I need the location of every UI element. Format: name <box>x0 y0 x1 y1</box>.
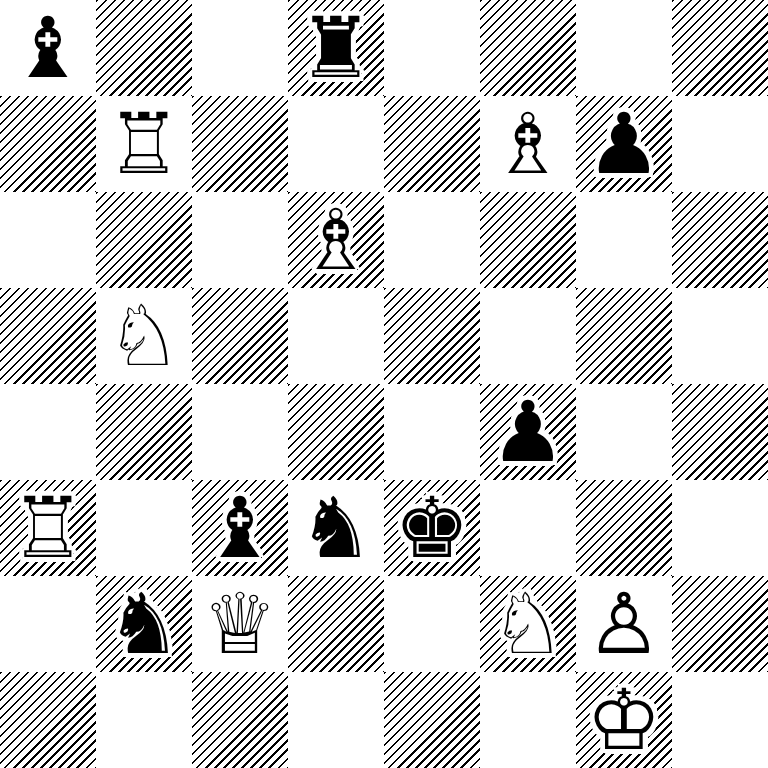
black-rook-icon: ♜ <box>288 0 384 96</box>
piece-white-pawn-g2[interactable]: ♟♙ <box>576 576 672 672</box>
piece-black-bishop-a8[interactable]: ♝♝ <box>0 0 96 96</box>
square-b2[interactable]: ♞♞ <box>96 576 192 672</box>
square-h3[interactable] <box>672 480 768 576</box>
piece-white-knight-f2[interactable]: ♞♘ <box>480 576 576 672</box>
square-b3[interactable] <box>96 480 192 576</box>
square-c1[interactable] <box>192 672 288 768</box>
chessboard: ♝♝♜♜♜♖♝♗♟♟♝♗♞♘♟♟♜♖♝♝♞♞♚♚♞♞♛♕♞♘♟♙♚♔ <box>0 0 768 768</box>
piece-black-pawn-f4[interactable]: ♟♟ <box>480 384 576 480</box>
black-pawn-icon: ♟ <box>480 384 576 480</box>
white-bishop-icon: ♗ <box>288 192 384 288</box>
square-c8[interactable] <box>192 0 288 96</box>
square-b7[interactable]: ♜♖ <box>96 96 192 192</box>
square-e2[interactable] <box>384 576 480 672</box>
square-a7[interactable] <box>0 96 96 192</box>
square-g7[interactable]: ♟♟ <box>576 96 672 192</box>
square-a8[interactable]: ♝♝ <box>0 0 96 96</box>
piece-white-queen-c2[interactable]: ♛♕ <box>192 576 288 672</box>
black-knight-icon: ♞ <box>288 480 384 576</box>
square-h8[interactable] <box>672 0 768 96</box>
square-b5[interactable]: ♞♘ <box>96 288 192 384</box>
square-d1[interactable] <box>288 672 384 768</box>
square-h4[interactable] <box>672 384 768 480</box>
white-king-icon: ♔ <box>576 672 672 768</box>
square-f3[interactable] <box>480 480 576 576</box>
piece-white-knight-b5[interactable]: ♞♘ <box>96 288 192 384</box>
square-f2[interactable]: ♞♘ <box>480 576 576 672</box>
square-d3[interactable]: ♞♞ <box>288 480 384 576</box>
square-c6[interactable] <box>192 192 288 288</box>
black-bishop-icon: ♝ <box>0 0 96 96</box>
square-d7[interactable] <box>288 96 384 192</box>
square-a6[interactable] <box>0 192 96 288</box>
black-king-icon: ♚ <box>384 480 480 576</box>
square-a5[interactable] <box>0 288 96 384</box>
square-e6[interactable] <box>384 192 480 288</box>
square-e8[interactable] <box>384 0 480 96</box>
piece-white-rook-a3[interactable]: ♜♖ <box>0 480 96 576</box>
square-h6[interactable] <box>672 192 768 288</box>
square-d4[interactable] <box>288 384 384 480</box>
square-b6[interactable] <box>96 192 192 288</box>
black-pawn-icon: ♟ <box>576 96 672 192</box>
square-b4[interactable] <box>96 384 192 480</box>
square-a3[interactable]: ♜♖ <box>0 480 96 576</box>
square-f1[interactable] <box>480 672 576 768</box>
piece-black-knight-b2[interactable]: ♞♞ <box>96 576 192 672</box>
square-e7[interactable] <box>384 96 480 192</box>
square-d2[interactable] <box>288 576 384 672</box>
square-c5[interactable] <box>192 288 288 384</box>
square-g4[interactable] <box>576 384 672 480</box>
square-g8[interactable] <box>576 0 672 96</box>
piece-black-bishop-c3[interactable]: ♝♝ <box>192 480 288 576</box>
square-c2[interactable]: ♛♕ <box>192 576 288 672</box>
square-a2[interactable] <box>0 576 96 672</box>
piece-white-bishop-f7[interactable]: ♝♗ <box>480 96 576 192</box>
piece-white-bishop-d6[interactable]: ♝♗ <box>288 192 384 288</box>
square-g5[interactable] <box>576 288 672 384</box>
square-h7[interactable] <box>672 96 768 192</box>
white-queen-icon: ♕ <box>192 576 288 672</box>
piece-black-pawn-g7[interactable]: ♟♟ <box>576 96 672 192</box>
square-d8[interactable]: ♜♜ <box>288 0 384 96</box>
square-e5[interactable] <box>384 288 480 384</box>
white-bishop-icon: ♗ <box>480 96 576 192</box>
square-g1[interactable]: ♚♔ <box>576 672 672 768</box>
square-d5[interactable] <box>288 288 384 384</box>
square-d6[interactable]: ♝♗ <box>288 192 384 288</box>
piece-black-rook-d8[interactable]: ♜♜ <box>288 0 384 96</box>
square-f7[interactable]: ♝♗ <box>480 96 576 192</box>
square-h2[interactable] <box>672 576 768 672</box>
square-f8[interactable] <box>480 0 576 96</box>
square-g3[interactable] <box>576 480 672 576</box>
square-g6[interactable] <box>576 192 672 288</box>
piece-black-king-e3[interactable]: ♚♚ <box>384 480 480 576</box>
piece-black-knight-d3[interactable]: ♞♞ <box>288 480 384 576</box>
square-a1[interactable] <box>0 672 96 768</box>
square-e4[interactable] <box>384 384 480 480</box>
white-rook-icon: ♖ <box>0 480 96 576</box>
black-knight-icon: ♞ <box>96 576 192 672</box>
square-c4[interactable] <box>192 384 288 480</box>
square-c3[interactable]: ♝♝ <box>192 480 288 576</box>
square-c7[interactable] <box>192 96 288 192</box>
white-knight-icon: ♘ <box>96 288 192 384</box>
black-bishop-icon: ♝ <box>192 480 288 576</box>
square-e1[interactable] <box>384 672 480 768</box>
square-f4[interactable]: ♟♟ <box>480 384 576 480</box>
square-f5[interactable] <box>480 288 576 384</box>
square-b8[interactable] <box>96 0 192 96</box>
piece-white-king-g1[interactable]: ♚♔ <box>576 672 672 768</box>
square-h1[interactable] <box>672 672 768 768</box>
square-f6[interactable] <box>480 192 576 288</box>
white-rook-icon: ♖ <box>96 96 192 192</box>
white-knight-icon: ♘ <box>480 576 576 672</box>
square-g2[interactable]: ♟♙ <box>576 576 672 672</box>
square-h5[interactable] <box>672 288 768 384</box>
white-pawn-icon: ♙ <box>576 576 672 672</box>
square-e3[interactable]: ♚♚ <box>384 480 480 576</box>
piece-white-rook-b7[interactable]: ♜♖ <box>96 96 192 192</box>
square-a4[interactable] <box>0 384 96 480</box>
square-b1[interactable] <box>96 672 192 768</box>
